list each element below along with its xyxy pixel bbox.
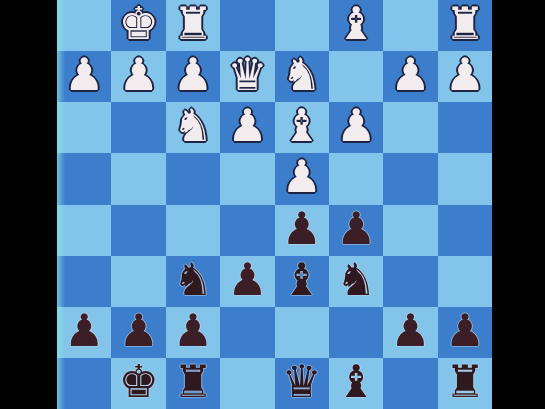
square-d2[interactable]: ♞	[275, 51, 329, 102]
square-g6[interactable]	[111, 256, 165, 307]
square-b8[interactable]	[383, 358, 437, 409]
square-g3[interactable]	[111, 102, 165, 153]
square-d5[interactable]: ♟	[275, 205, 329, 256]
square-g4[interactable]	[111, 153, 165, 204]
piece-black-pawn[interactable]: ♟	[64, 308, 104, 353]
square-b7[interactable]: ♟	[383, 307, 437, 358]
square-a5[interactable]	[438, 205, 492, 256]
square-d7[interactable]	[275, 307, 329, 358]
piece-white-pawn[interactable]: ♟	[336, 103, 376, 148]
square-d8[interactable]: ♛	[275, 358, 329, 409]
square-g7[interactable]: ♟	[111, 307, 165, 358]
piece-black-pawn[interactable]: ♟	[173, 308, 213, 353]
square-e8[interactable]	[220, 358, 274, 409]
square-a6[interactable]	[438, 256, 492, 307]
square-a1[interactable]: ♜	[438, 0, 492, 51]
square-e2[interactable]: ♛	[220, 51, 274, 102]
square-a8[interactable]: ♜	[438, 358, 492, 409]
square-d6[interactable]: ♝	[275, 256, 329, 307]
piece-black-pawn[interactable]: ♟	[282, 206, 322, 251]
piece-black-queen[interactable]: ♛	[282, 359, 322, 404]
square-e5[interactable]	[220, 205, 274, 256]
square-h7[interactable]: ♟	[57, 307, 111, 358]
piece-white-pawn[interactable]: ♟	[227, 103, 267, 148]
square-g5[interactable]	[111, 205, 165, 256]
square-f8[interactable]: ♜	[166, 358, 220, 409]
piece-white-pawn[interactable]: ♟	[445, 52, 485, 97]
square-g1[interactable]: ♚	[111, 0, 165, 51]
piece-black-knight[interactable]: ♞	[173, 257, 213, 302]
square-f5[interactable]	[166, 205, 220, 256]
square-b6[interactable]	[383, 256, 437, 307]
square-c1[interactable]: ♝	[329, 0, 383, 51]
square-c7[interactable]	[329, 307, 383, 358]
square-c4[interactable]	[329, 153, 383, 204]
square-h3[interactable]	[57, 102, 111, 153]
square-f3[interactable]: ♞	[166, 102, 220, 153]
square-h4[interactable]	[57, 153, 111, 204]
square-e7[interactable]	[220, 307, 274, 358]
video-frame: ♚♜♝♜♟♟♟♛♞♟♟♞♟♝♟♟♟♟♞♟♝♞♟♟♟♟♟♚♜♛♝♜	[0, 0, 545, 409]
square-f4[interactable]	[166, 153, 220, 204]
square-d4[interactable]: ♟	[275, 153, 329, 204]
square-c8[interactable]: ♝	[329, 358, 383, 409]
square-b4[interactable]	[383, 153, 437, 204]
square-f6[interactable]: ♞	[166, 256, 220, 307]
square-b2[interactable]: ♟	[383, 51, 437, 102]
piece-black-king[interactable]: ♚	[118, 359, 158, 404]
piece-white-bishop[interactable]: ♝	[282, 103, 322, 148]
square-c6[interactable]: ♞	[329, 256, 383, 307]
piece-black-pawn[interactable]: ♟	[336, 206, 376, 251]
square-d3[interactable]: ♝	[275, 102, 329, 153]
square-c5[interactable]: ♟	[329, 205, 383, 256]
piece-black-rook[interactable]: ♜	[173, 359, 213, 404]
square-h6[interactable]	[57, 256, 111, 307]
piece-white-pawn[interactable]: ♟	[390, 52, 430, 97]
square-a4[interactable]	[438, 153, 492, 204]
square-a7[interactable]: ♟	[438, 307, 492, 358]
piece-black-pawn[interactable]: ♟	[118, 308, 158, 353]
square-h5[interactable]	[57, 205, 111, 256]
black-bar-right	[492, 0, 545, 409]
square-g2[interactable]: ♟	[111, 51, 165, 102]
square-f1[interactable]: ♜	[166, 0, 220, 51]
square-e1[interactable]	[220, 0, 274, 51]
square-b3[interactable]	[383, 102, 437, 153]
piece-white-pawn[interactable]: ♟	[173, 52, 213, 97]
square-e6[interactable]: ♟	[220, 256, 274, 307]
square-f2[interactable]: ♟	[166, 51, 220, 102]
square-h1[interactable]	[57, 0, 111, 51]
square-a3[interactable]	[438, 102, 492, 153]
square-b1[interactable]	[383, 0, 437, 51]
square-h8[interactable]	[57, 358, 111, 409]
piece-black-pawn[interactable]: ♟	[390, 308, 430, 353]
piece-white-rook[interactable]: ♜	[173, 1, 213, 46]
piece-black-bishop[interactable]: ♝	[336, 359, 376, 404]
piece-white-rook[interactable]: ♜	[445, 1, 485, 46]
chess-board: ♚♜♝♜♟♟♟♛♞♟♟♞♟♝♟♟♟♟♞♟♝♞♟♟♟♟♟♚♜♛♝♜	[57, 0, 492, 409]
piece-white-bishop[interactable]: ♝	[336, 1, 376, 46]
piece-white-pawn[interactable]: ♟	[118, 52, 158, 97]
square-c3[interactable]: ♟	[329, 102, 383, 153]
square-h2[interactable]: ♟	[57, 51, 111, 102]
piece-white-pawn[interactable]: ♟	[282, 154, 322, 199]
square-c2[interactable]	[329, 51, 383, 102]
piece-black-pawn[interactable]: ♟	[445, 308, 485, 353]
square-e4[interactable]	[220, 153, 274, 204]
piece-black-pawn[interactable]: ♟	[227, 257, 267, 302]
piece-black-knight[interactable]: ♞	[336, 257, 376, 302]
black-bar-left	[0, 0, 57, 409]
square-f7[interactable]: ♟	[166, 307, 220, 358]
square-e3[interactable]: ♟	[220, 102, 274, 153]
piece-black-bishop[interactable]: ♝	[282, 257, 322, 302]
square-a2[interactable]: ♟	[438, 51, 492, 102]
square-b5[interactable]	[383, 205, 437, 256]
square-g8[interactable]: ♚	[111, 358, 165, 409]
piece-white-knight[interactable]: ♞	[173, 103, 213, 148]
piece-black-rook[interactable]: ♜	[445, 359, 485, 404]
piece-white-queen[interactable]: ♛	[227, 52, 267, 97]
piece-white-king[interactable]: ♚	[118, 1, 158, 46]
piece-white-knight[interactable]: ♞	[282, 52, 322, 97]
square-d1[interactable]	[275, 0, 329, 51]
piece-white-pawn[interactable]: ♟	[64, 52, 104, 97]
